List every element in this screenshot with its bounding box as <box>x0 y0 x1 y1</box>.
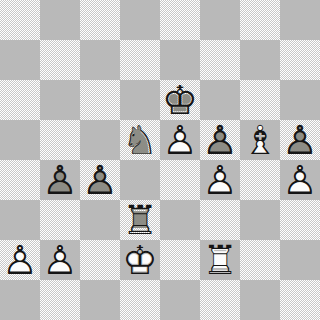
square-a7[interactable] <box>0 40 40 80</box>
piece-black-pawn[interactable]: ♟♙ <box>280 120 320 160</box>
square-b2[interactable]: ♟♙ <box>40 240 80 280</box>
square-g7[interactable] <box>240 40 280 80</box>
square-h5[interactable]: ♟♙ <box>280 120 320 160</box>
square-d4[interactable] <box>120 160 160 200</box>
square-d7[interactable] <box>120 40 160 80</box>
square-f5[interactable]: ♟♙ <box>200 120 240 160</box>
square-c1[interactable] <box>80 280 120 320</box>
square-e3[interactable] <box>160 200 200 240</box>
square-h8[interactable] <box>280 0 320 40</box>
white-rook-outline-glyph: ♖ <box>200 240 240 280</box>
square-a3[interactable] <box>0 200 40 240</box>
square-b5[interactable] <box>40 120 80 160</box>
square-g1[interactable] <box>240 280 280 320</box>
square-h4[interactable]: ♟♙ <box>280 160 320 200</box>
square-a5[interactable] <box>0 120 40 160</box>
square-f3[interactable] <box>200 200 240 240</box>
black-knight-outline-glyph: ♘ <box>120 120 160 160</box>
square-g4[interactable] <box>240 160 280 200</box>
square-a8[interactable] <box>0 0 40 40</box>
square-d5[interactable]: ♞♘ <box>120 120 160 160</box>
square-g6[interactable] <box>240 80 280 120</box>
square-e5[interactable]: ♟♙ <box>160 120 200 160</box>
white-pawn-outline-glyph: ♙ <box>280 160 320 200</box>
piece-black-pawn[interactable]: ♟♙ <box>40 160 80 200</box>
square-e6[interactable]: ♚♔ <box>160 80 200 120</box>
square-b3[interactable] <box>40 200 80 240</box>
white-bishop-outline-glyph: ♗ <box>240 120 280 160</box>
square-c8[interactable] <box>80 0 120 40</box>
square-d8[interactable] <box>120 0 160 40</box>
square-d3[interactable]: ♜♖ <box>120 200 160 240</box>
square-a1[interactable] <box>0 280 40 320</box>
square-e7[interactable] <box>160 40 200 80</box>
square-h6[interactable] <box>280 80 320 120</box>
piece-white-pawn[interactable]: ♟♙ <box>160 120 200 160</box>
square-f8[interactable] <box>200 0 240 40</box>
square-b8[interactable] <box>40 0 80 40</box>
square-c5[interactable] <box>80 120 120 160</box>
piece-white-pawn[interactable]: ♟♙ <box>280 160 320 200</box>
black-king-outline-glyph: ♔ <box>160 80 200 120</box>
square-h7[interactable] <box>280 40 320 80</box>
piece-black-rook[interactable]: ♜♖ <box>120 200 160 240</box>
piece-black-pawn[interactable]: ♟♙ <box>80 160 120 200</box>
square-f7[interactable] <box>200 40 240 80</box>
chess-board: ♚♔♞♘♟♙♟♙♝♗♟♙♟♙♟♙♟♙♟♙♜♖♟♙♟♙♚♔♜♖ <box>0 0 320 320</box>
square-c6[interactable] <box>80 80 120 120</box>
square-f6[interactable] <box>200 80 240 120</box>
square-e4[interactable] <box>160 160 200 200</box>
square-h2[interactable] <box>280 240 320 280</box>
piece-white-bishop[interactable]: ♝♗ <box>240 120 280 160</box>
square-a6[interactable] <box>0 80 40 120</box>
black-pawn-outline-glyph: ♙ <box>280 120 320 160</box>
piece-white-pawn[interactable]: ♟♙ <box>200 160 240 200</box>
square-d1[interactable] <box>120 280 160 320</box>
square-a2[interactable]: ♟♙ <box>0 240 40 280</box>
square-f2[interactable]: ♜♖ <box>200 240 240 280</box>
piece-black-pawn[interactable]: ♟♙ <box>200 120 240 160</box>
square-e2[interactable] <box>160 240 200 280</box>
square-e1[interactable] <box>160 280 200 320</box>
piece-white-king[interactable]: ♚♔ <box>120 240 160 280</box>
black-rook-outline-glyph: ♖ <box>120 200 160 240</box>
square-c4[interactable]: ♟♙ <box>80 160 120 200</box>
square-d6[interactable] <box>120 80 160 120</box>
square-a4[interactable] <box>0 160 40 200</box>
black-pawn-outline-glyph: ♙ <box>40 160 80 200</box>
white-pawn-outline-glyph: ♙ <box>200 160 240 200</box>
white-pawn-outline-glyph: ♙ <box>0 240 40 280</box>
square-g3[interactable] <box>240 200 280 240</box>
piece-white-rook[interactable]: ♜♖ <box>200 240 240 280</box>
square-f1[interactable] <box>200 280 240 320</box>
square-b6[interactable] <box>40 80 80 120</box>
white-king-outline-glyph: ♔ <box>120 240 160 280</box>
chessboard-window: ♚♔♞♘♟♙♟♙♝♗♟♙♟♙♟♙♟♙♟♙♜♖♟♙♟♙♚♔♜♖ <box>0 0 320 320</box>
square-h3[interactable] <box>280 200 320 240</box>
square-g8[interactable] <box>240 0 280 40</box>
square-b4[interactable]: ♟♙ <box>40 160 80 200</box>
square-c7[interactable] <box>80 40 120 80</box>
square-b1[interactable] <box>40 280 80 320</box>
piece-black-king[interactable]: ♚♔ <box>160 80 200 120</box>
square-c3[interactable] <box>80 200 120 240</box>
square-e8[interactable] <box>160 0 200 40</box>
piece-black-knight[interactable]: ♞♘ <box>120 120 160 160</box>
square-b7[interactable] <box>40 40 80 80</box>
square-c2[interactable] <box>80 240 120 280</box>
square-h1[interactable] <box>280 280 320 320</box>
square-f4[interactable]: ♟♙ <box>200 160 240 200</box>
black-pawn-outline-glyph: ♙ <box>200 120 240 160</box>
square-g2[interactable] <box>240 240 280 280</box>
white-pawn-outline-glyph: ♙ <box>160 120 200 160</box>
white-pawn-outline-glyph: ♙ <box>40 240 80 280</box>
piece-white-pawn[interactable]: ♟♙ <box>0 240 40 280</box>
piece-white-pawn[interactable]: ♟♙ <box>40 240 80 280</box>
square-g5[interactable]: ♝♗ <box>240 120 280 160</box>
black-pawn-outline-glyph: ♙ <box>80 160 120 200</box>
square-d2[interactable]: ♚♔ <box>120 240 160 280</box>
